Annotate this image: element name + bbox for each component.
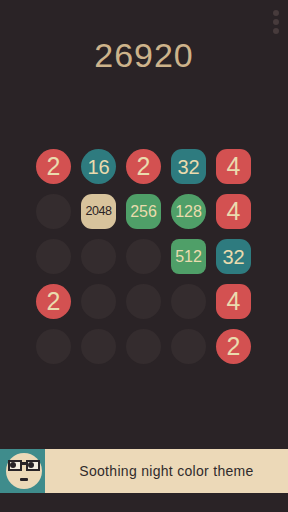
toast-body: Soothing night color theme bbox=[45, 449, 288, 493]
board-cell: 2 bbox=[211, 324, 256, 369]
board-cell: 2 bbox=[31, 279, 76, 324]
nerd-face-icon bbox=[6, 453, 42, 489]
kebab-menu-icon[interactable] bbox=[270, 8, 282, 36]
board-cell bbox=[31, 324, 76, 369]
board-cell: 32 bbox=[166, 144, 211, 189]
board-cell bbox=[76, 324, 121, 369]
board-cell bbox=[76, 279, 121, 324]
board-cell bbox=[31, 189, 76, 234]
empty-cell bbox=[36, 194, 71, 229]
menu-dot bbox=[273, 28, 279, 34]
menu-dot bbox=[273, 10, 279, 16]
tile-4: 4 bbox=[216, 194, 251, 229]
theme-toast[interactable]: Soothing night color theme bbox=[0, 449, 288, 493]
board-cell bbox=[121, 324, 166, 369]
board-cell bbox=[31, 234, 76, 279]
left-pupil bbox=[10, 462, 16, 468]
board-cell: 4 bbox=[211, 189, 256, 234]
tile-2: 2 bbox=[36, 149, 71, 184]
board-cell: 4 bbox=[211, 144, 256, 189]
glasses-right-lens bbox=[26, 460, 40, 471]
empty-cell bbox=[36, 329, 71, 364]
tile-256: 256 bbox=[126, 194, 161, 229]
glasses-left-lens bbox=[8, 460, 22, 471]
tile-4: 4 bbox=[216, 284, 251, 319]
app-screen: 26920 21623242048256128451232242 Soothin… bbox=[0, 0, 288, 512]
game-board[interactable]: 21623242048256128451232242 bbox=[31, 144, 256, 369]
empty-cell bbox=[171, 284, 206, 319]
mouth bbox=[20, 478, 28, 481]
tile-512: 512 bbox=[171, 239, 206, 274]
tile-32: 32 bbox=[216, 239, 251, 274]
board-cell bbox=[121, 234, 166, 279]
menu-dot bbox=[273, 19, 279, 25]
board-cell: 2048 bbox=[76, 189, 121, 234]
tile-32: 32 bbox=[171, 149, 206, 184]
board-cell: 2 bbox=[31, 144, 76, 189]
board-cell bbox=[166, 279, 211, 324]
score-display: 26920 bbox=[0, 36, 288, 75]
tile-2: 2 bbox=[126, 149, 161, 184]
board-cell: 2 bbox=[121, 144, 166, 189]
empty-cell bbox=[126, 329, 161, 364]
empty-cell bbox=[36, 239, 71, 274]
board-cell: 16 bbox=[76, 144, 121, 189]
app-logo bbox=[0, 449, 45, 493]
empty-cell bbox=[126, 284, 161, 319]
empty-cell bbox=[126, 239, 161, 274]
tile-128: 128 bbox=[171, 194, 206, 229]
board-cell: 512 bbox=[166, 234, 211, 279]
board-cell bbox=[166, 324, 211, 369]
tile-2: 2 bbox=[216, 329, 251, 364]
board-cell: 128 bbox=[166, 189, 211, 234]
tile-2: 2 bbox=[36, 284, 71, 319]
board-cell: 32 bbox=[211, 234, 256, 279]
right-pupil bbox=[28, 462, 34, 468]
tile-2048: 2048 bbox=[81, 194, 116, 229]
board-cell: 256 bbox=[121, 189, 166, 234]
tile-4: 4 bbox=[216, 149, 251, 184]
board-cell: 4 bbox=[211, 279, 256, 324]
empty-cell bbox=[81, 329, 116, 364]
board-cell bbox=[76, 234, 121, 279]
empty-cell bbox=[81, 239, 116, 274]
toast-label: Soothing night color theme bbox=[79, 463, 253, 479]
tile-16: 16 bbox=[81, 149, 116, 184]
empty-cell bbox=[81, 284, 116, 319]
board-cell bbox=[121, 279, 166, 324]
empty-cell bbox=[171, 329, 206, 364]
